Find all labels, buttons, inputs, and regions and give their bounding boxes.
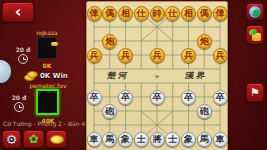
pieces-layer: 俥傌相仕帥仕相傌俥炮炮兵兵兵兵兵卒卒卒卒卒砲砲車馬象士將士象馬車 xyxy=(87,2,227,150)
room-info: Cờ Tướng - Phòng 2 - Bàn 4 xyxy=(3,120,85,127)
coins-stack-icon xyxy=(27,71,38,78)
gold-button[interactable] xyxy=(46,130,67,148)
piece-white[interactable]: 象 xyxy=(118,132,133,147)
bottom-player-avatar[interactable] xyxy=(36,89,59,115)
piece-white[interactable]: 砲 xyxy=(197,104,212,119)
back-chevron-icon: ‹ xyxy=(15,5,22,19)
piece-white[interactable]: 將 xyxy=(150,132,165,147)
gift-flower-button[interactable]: ✿ xyxy=(23,130,44,148)
piece-white[interactable]: 卒 xyxy=(118,90,133,105)
drawer-handle[interactable] xyxy=(0,60,11,83)
piece-white[interactable]: 砲 xyxy=(102,104,117,119)
piece-gold[interactable]: 相 xyxy=(181,6,196,21)
win-counter: 0K Win xyxy=(40,72,68,80)
back-button[interactable]: ‹ xyxy=(2,2,34,22)
gift-button[interactable] xyxy=(246,25,264,44)
bottom-player-name: pemeloc.fov xyxy=(28,82,68,89)
bottom-player-clock-icon xyxy=(14,102,24,112)
top-player-coins: 0K xyxy=(37,62,57,69)
settings-button[interactable]: ⚙ xyxy=(2,130,21,148)
flag-icon: ⚑ xyxy=(250,87,260,98)
piece-gold[interactable]: 俥 xyxy=(213,6,228,21)
piece-white[interactable]: 卒 xyxy=(150,90,165,105)
game-screen: ‹ nqkaza 20 đ 0K 0K Win pemeloc.fov 20 đ… xyxy=(0,0,267,150)
piece-white[interactable]: 卒 xyxy=(87,90,102,105)
piece-gold[interactable]: 兵 xyxy=(118,48,133,63)
piece-gold[interactable]: 兵 xyxy=(87,48,102,63)
piece-gold[interactable]: 傌 xyxy=(102,6,117,21)
gear-icon: ⚙ xyxy=(6,133,18,146)
gift-icon xyxy=(249,29,261,41)
bottom-player-timer: 20 đ xyxy=(8,94,30,101)
piece-white[interactable]: 卒 xyxy=(213,90,228,105)
piece-white[interactable]: 車 xyxy=(213,132,228,147)
piece-white[interactable]: 象 xyxy=(181,132,196,147)
globe-icon xyxy=(249,6,261,18)
piece-gold[interactable]: 兵 xyxy=(150,48,165,63)
piece-white[interactable]: 馬 xyxy=(102,132,117,147)
top-player-timer: 20 đ xyxy=(12,46,34,53)
piece-gold[interactable]: 仕 xyxy=(165,6,180,21)
piece-gold[interactable]: 帥 xyxy=(150,6,165,21)
top-player-avatar[interactable] xyxy=(37,37,57,59)
xiangqi-board[interactable]: 楚河 ∞ 漢界 俥傌相仕帥仕相傌俥炮炮兵兵兵兵兵卒卒卒卒卒砲砲車馬象士將士象馬車 xyxy=(86,1,228,150)
piece-gold[interactable]: 傌 xyxy=(197,6,212,21)
piece-gold[interactable]: 炮 xyxy=(197,34,212,49)
piece-white[interactable]: 士 xyxy=(134,132,149,147)
piece-white[interactable]: 士 xyxy=(165,132,180,147)
gold-nugget-icon xyxy=(50,135,64,144)
world-button[interactable] xyxy=(246,3,264,20)
piece-gold[interactable]: 相 xyxy=(118,6,133,21)
piece-white[interactable]: 馬 xyxy=(197,132,212,147)
top-player-badge-icon xyxy=(51,42,58,46)
piece-white[interactable]: 卒 xyxy=(181,90,196,105)
surrender-button[interactable]: ⚑ xyxy=(246,83,264,102)
piece-gold[interactable]: 仕 xyxy=(134,6,149,21)
piece-white[interactable]: 車 xyxy=(87,132,102,147)
piece-gold[interactable]: 兵 xyxy=(213,48,228,63)
flower-icon: ✿ xyxy=(28,133,38,145)
top-player-clock-icon xyxy=(18,54,28,64)
piece-gold[interactable]: 俥 xyxy=(87,6,102,21)
top-player-name: nqkaza xyxy=(28,29,66,36)
piece-gold[interactable]: 炮 xyxy=(102,34,117,49)
piece-gold[interactable]: 兵 xyxy=(181,48,196,63)
